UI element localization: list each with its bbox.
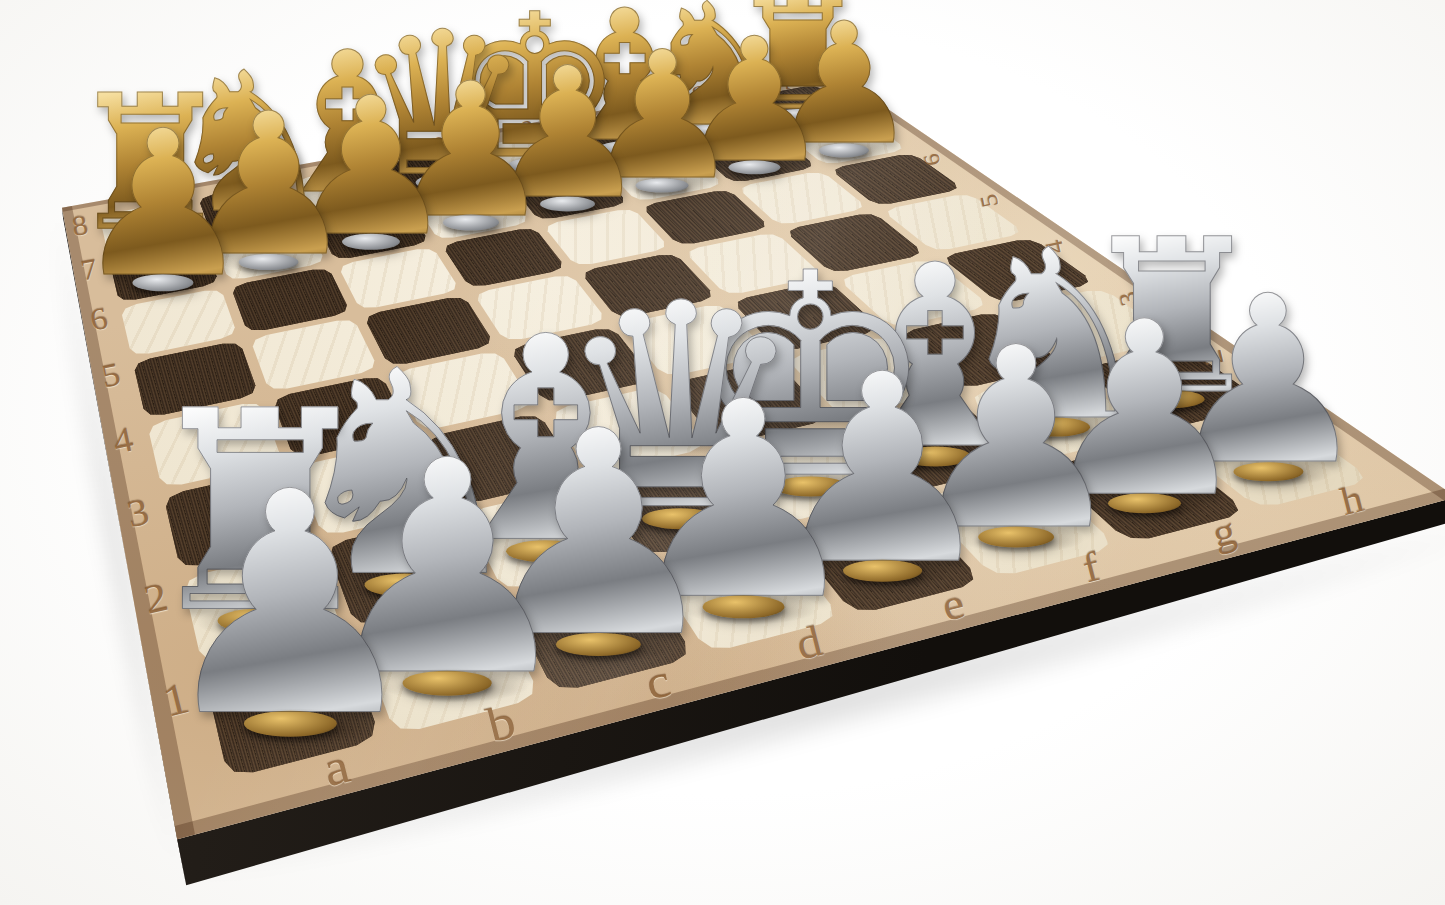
piece-silver-pawn-a1[interactable]: ♟ [152,482,427,728]
chess-board: aabbccddeeffgghh1122334455667788♜♞♝♛♚♝♞♜… [0,0,1445,905]
piece-gold-pawn-a7[interactable]: ♟ [73,124,253,285]
chess-set-product-photo: aabbccddeeffgghh1122334455667788♜♞♝♛♚♝♞♜… [0,0,1445,905]
